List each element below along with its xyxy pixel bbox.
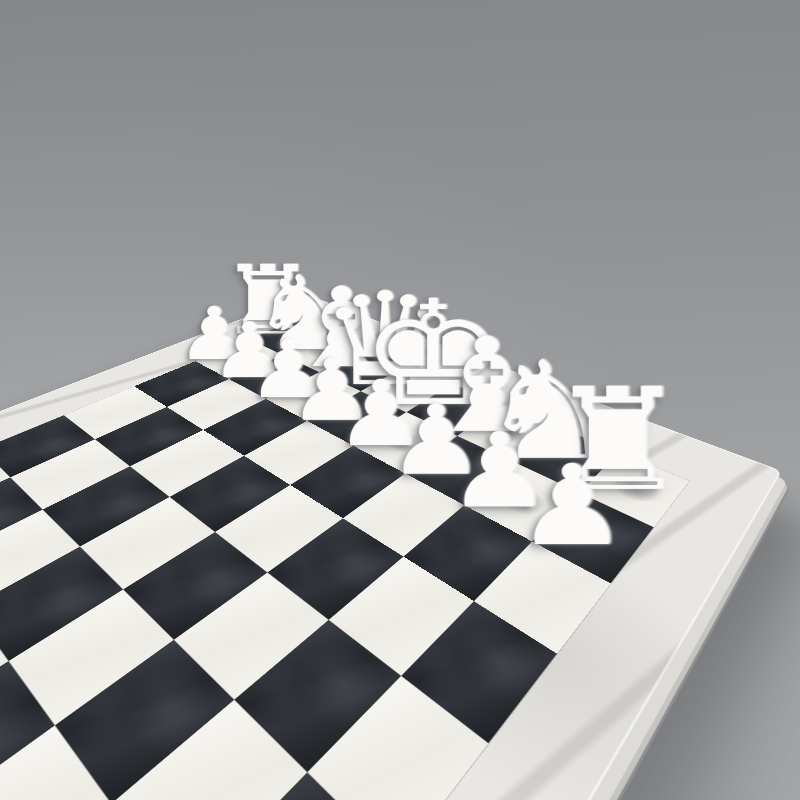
white-pawn-f2: ♟: [387, 395, 484, 487]
white-pawn-e2: ♟: [335, 371, 426, 457]
piece-contact-shadow: [242, 361, 306, 392]
piece-contact-shadow: [373, 372, 440, 405]
square-e1: ♚: [406, 384, 501, 436]
square-a6: [0, 449, 10, 523]
square-d2: ♟: [307, 391, 406, 445]
white-bishop-f1: ♝: [421, 323, 552, 447]
square-b1: ♞: [283, 334, 367, 372]
square-b5: [10, 439, 130, 509]
piece-contact-shadow: [260, 325, 317, 350]
square-c3: [203, 399, 307, 456]
white-bishop-c1: ♝: [286, 275, 397, 380]
piece-contact-shadow: [419, 446, 500, 495]
piece-contact-shadow: [320, 399, 392, 438]
white-pawn-d2: ♟: [288, 350, 374, 431]
square-a5: [0, 415, 95, 477]
square-c2: ♟: [266, 372, 361, 421]
chess-board: ♜♞♝♛♚♝♞♜♟♟♟♟♟♟♟♟: [0, 294, 782, 800]
white-pawn-c2: ♟: [247, 332, 328, 409]
white-pawn-a2: ♟: [177, 300, 250, 369]
square-b2: ♟: [229, 355, 320, 399]
square-b3: [167, 379, 266, 430]
square-a3: [134, 361, 228, 407]
piece-contact-shadow: [367, 421, 443, 464]
piece-contact-shadow: [331, 355, 394, 385]
white-rook-a1: ♜: [219, 256, 315, 347]
square-f2: ♟: [405, 436, 514, 505]
square-a1: ♜: [249, 320, 330, 355]
square-f3: [343, 473, 464, 556]
piece-contact-shadow: [279, 379, 347, 414]
studio-scene: ♜♞♝♛♚♝♞♜♟♟♟♟♟♟♟♟: [0, 0, 800, 800]
square-c1: ♝: [320, 349, 408, 391]
square-a2: ♟: [195, 339, 282, 379]
piece-contact-shadow: [208, 345, 269, 373]
square-d3: [244, 421, 353, 485]
photo-canvas: { "game": "chess", "scene_description": …: [0, 0, 800, 800]
square-b4: [95, 407, 203, 466]
piece-contact-shadow: [294, 339, 354, 366]
white-king-e1: ♚: [360, 285, 506, 423]
piece-contact-shadow: [418, 391, 488, 428]
white-pawn-h2: ♟: [516, 454, 628, 560]
square-e2: ♟: [353, 412, 457, 473]
white-knight-b1: ♞: [251, 265, 354, 363]
square-c4: [130, 430, 244, 497]
square-a4: [64, 386, 167, 439]
square-d4: [170, 456, 291, 532]
square-e3: [290, 446, 405, 519]
white-pawn-b2: ♟: [210, 315, 287, 388]
checkerboard-squares: ♜♞♝♛♚♝♞♜♟♟♟♟♟♟♟♟: [0, 320, 689, 800]
white-queen-d1: ♛: [320, 278, 449, 400]
square-d1: ♛: [361, 365, 452, 412]
